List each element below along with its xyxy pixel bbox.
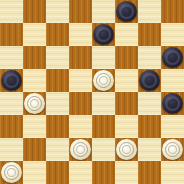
square-c5[interactable] [46, 69, 69, 92]
square-a1[interactable] [0, 161, 23, 184]
black-man-f8[interactable] [116, 1, 137, 22]
square-d8[interactable] [69, 0, 92, 23]
square-h5 [161, 69, 184, 92]
square-b4[interactable] [23, 92, 46, 115]
square-h2[interactable] [161, 138, 184, 161]
square-b3 [23, 115, 46, 138]
square-c2 [46, 138, 69, 161]
square-b6[interactable] [23, 46, 46, 69]
square-f5 [115, 69, 138, 92]
black-man-e7[interactable] [93, 24, 114, 45]
square-e1[interactable] [92, 161, 115, 184]
square-a4 [0, 92, 23, 115]
square-f3 [115, 115, 138, 138]
square-h3 [161, 115, 184, 138]
square-d7 [69, 23, 92, 46]
square-c1[interactable] [46, 161, 69, 184]
square-c6 [46, 46, 69, 69]
square-d6[interactable] [69, 46, 92, 69]
square-h8[interactable] [161, 0, 184, 23]
square-d3 [69, 115, 92, 138]
square-f4[interactable] [115, 92, 138, 115]
square-b8[interactable] [23, 0, 46, 23]
square-h7 [161, 23, 184, 46]
square-g6 [138, 46, 161, 69]
square-e5[interactable] [92, 69, 115, 92]
square-a2 [0, 138, 23, 161]
square-f6[interactable] [115, 46, 138, 69]
square-b7 [23, 23, 46, 46]
square-f2[interactable] [115, 138, 138, 161]
white-man-e5[interactable] [93, 70, 114, 91]
square-e8 [92, 0, 115, 23]
square-e7[interactable] [92, 23, 115, 46]
white-man-h2[interactable] [162, 139, 183, 160]
square-d5 [69, 69, 92, 92]
square-f1 [115, 161, 138, 184]
square-e2 [92, 138, 115, 161]
square-g1[interactable] [138, 161, 161, 184]
white-man-a1[interactable] [1, 162, 22, 183]
square-g4 [138, 92, 161, 115]
white-man-f2[interactable] [116, 139, 137, 160]
square-g2 [138, 138, 161, 161]
checkers-board [0, 0, 184, 184]
square-g8 [138, 0, 161, 23]
square-c3[interactable] [46, 115, 69, 138]
square-g7[interactable] [138, 23, 161, 46]
square-f8[interactable] [115, 0, 138, 23]
square-e6 [92, 46, 115, 69]
square-a3[interactable] [0, 115, 23, 138]
square-c8 [46, 0, 69, 23]
square-g5[interactable] [138, 69, 161, 92]
square-b5 [23, 69, 46, 92]
square-g3[interactable] [138, 115, 161, 138]
square-h6[interactable] [161, 46, 184, 69]
square-c4 [46, 92, 69, 115]
white-man-b4[interactable] [24, 93, 45, 114]
square-b2[interactable] [23, 138, 46, 161]
square-d1 [69, 161, 92, 184]
black-man-g5[interactable] [139, 70, 160, 91]
square-f7 [115, 23, 138, 46]
square-c7[interactable] [46, 23, 69, 46]
square-a8 [0, 0, 23, 23]
black-man-h6[interactable] [162, 47, 183, 68]
square-e3[interactable] [92, 115, 115, 138]
black-man-h4[interactable] [162, 93, 183, 114]
square-a6 [0, 46, 23, 69]
square-b1 [23, 161, 46, 184]
black-man-a5[interactable] [1, 70, 22, 91]
square-d2[interactable] [69, 138, 92, 161]
square-h4[interactable] [161, 92, 184, 115]
white-man-d2[interactable] [70, 139, 91, 160]
square-e4 [92, 92, 115, 115]
square-a7[interactable] [0, 23, 23, 46]
square-d4[interactable] [69, 92, 92, 115]
square-h1 [161, 161, 184, 184]
square-a5[interactable] [0, 69, 23, 92]
